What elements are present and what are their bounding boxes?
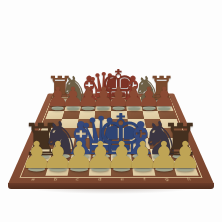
piece-knight-b2: ♞ xyxy=(41,116,82,162)
piece-base-c7 xyxy=(82,106,95,110)
piece-bishop-c8: ♝ xyxy=(74,72,104,105)
piece-base-c1 xyxy=(70,167,88,172)
piece-base-e2 xyxy=(113,154,130,159)
piece-king-e2: ♚ xyxy=(96,107,146,163)
piece-rook-h2: ♜ xyxy=(161,118,200,162)
piece-base-d7 xyxy=(97,106,110,110)
piece-rook-a2: ♜ xyxy=(22,118,61,162)
piece-base-c8 xyxy=(83,99,95,103)
piece-pawn-h7: ♟ xyxy=(152,84,176,111)
piece-base-a8 xyxy=(54,99,66,103)
piece-base-b7 xyxy=(67,106,80,110)
piece-rook-h8: ♜ xyxy=(148,73,177,105)
piece-pawn-f7: ♟ xyxy=(122,84,146,111)
piece-pawn-b7: ♟ xyxy=(61,84,85,111)
product-photo-scene: abcdefgh ♜♞♝♛♚♝♞♜♟♟♟♟♟♟♟♟♜♞♝♛♚♝♞♜♟♟♟♟♟♟♟… xyxy=(0,0,222,222)
piece-base-b1 xyxy=(49,167,67,172)
piece-base-h7 xyxy=(158,106,171,110)
piece-base-c2 xyxy=(73,154,90,159)
piece-base-b8 xyxy=(69,99,81,103)
piece-base-a1 xyxy=(28,167,46,172)
piece-pawn-h1: ♟ xyxy=(169,137,202,174)
piece-queen-d8: ♛ xyxy=(87,67,121,105)
piece-base-a2 xyxy=(33,154,50,159)
piece-base-e1 xyxy=(113,167,131,172)
piece-pawn-c7: ♟ xyxy=(76,84,100,111)
piece-base-f7 xyxy=(127,106,140,110)
pieces-layer: ♜♞♝♛♚♝♞♜♟♟♟♟♟♟♟♟♜♞♝♛♚♝♞♜♟♟♟♟♟♟♟♟ xyxy=(0,0,222,222)
piece-pawn-d1: ♟ xyxy=(84,137,117,174)
piece-base-f1 xyxy=(134,167,152,172)
piece-base-h2 xyxy=(172,154,189,159)
piece-bishop-f8: ♝ xyxy=(118,72,148,105)
piece-base-b2 xyxy=(53,154,70,159)
piece-base-g7 xyxy=(143,106,156,110)
piece-base-e8 xyxy=(112,99,124,103)
piece-pawn-g1: ♟ xyxy=(147,137,180,174)
piece-pawn-a7: ♟ xyxy=(46,84,70,111)
piece-rook-a8: ♜ xyxy=(46,73,75,105)
piece-pawn-g7: ♟ xyxy=(137,84,161,111)
piece-king-e8: ♚ xyxy=(100,65,137,106)
piece-base-d1 xyxy=(92,167,110,172)
piece-pawn-a1: ♟ xyxy=(20,137,53,174)
piece-base-e7 xyxy=(112,106,125,110)
piece-knight-b8: ♞ xyxy=(60,72,90,105)
piece-base-h8 xyxy=(156,99,168,103)
piece-pawn-e7: ♟ xyxy=(107,84,131,111)
piece-base-d8 xyxy=(98,99,110,103)
piece-knight-g2: ♞ xyxy=(140,116,181,162)
piece-pawn-c1: ♟ xyxy=(62,137,95,174)
piece-base-g8 xyxy=(141,99,153,103)
piece-queen-d2: ♛ xyxy=(77,110,124,163)
piece-base-d2 xyxy=(93,154,110,159)
piece-pawn-b1: ♟ xyxy=(41,137,74,174)
piece-base-f8 xyxy=(127,99,139,103)
piece-base-a7 xyxy=(51,106,64,110)
piece-base-f2 xyxy=(133,154,150,159)
piece-pawn-e1: ♟ xyxy=(105,137,138,174)
piece-knight-g8: ♞ xyxy=(132,72,162,105)
piece-bishop-c2: ♝ xyxy=(61,116,102,162)
piece-base-g2 xyxy=(152,154,169,159)
piece-pawn-d7: ♟ xyxy=(91,84,115,111)
piece-bishop-f2: ♝ xyxy=(120,116,161,162)
piece-pawn-f1: ♟ xyxy=(126,137,159,174)
piece-base-h1 xyxy=(176,167,194,172)
piece-base-g1 xyxy=(155,167,173,172)
